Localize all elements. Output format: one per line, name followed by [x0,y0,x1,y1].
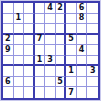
cell-r3c7[interactable] [66,24,77,35]
cell-r9c2[interactable] [14,87,25,98]
cell-r3c3[interactable] [24,24,35,35]
cell-r8c6[interactable]: 5 [56,77,67,88]
cell-r4c9[interactable] [87,35,98,46]
cell-r7c6[interactable] [56,66,67,77]
cell-r6c1[interactable] [3,56,14,67]
cell-r9c4[interactable] [35,87,46,98]
cell-r5c6[interactable] [56,45,67,56]
cell-r8c4[interactable] [35,77,46,88]
cell-r5c9[interactable] [87,45,98,56]
cell-r1c4[interactable] [35,3,46,14]
sudoku-board: 42618275941313657 [1,1,100,100]
cell-r3c1[interactable] [3,24,14,35]
cell-r9c8[interactable] [77,87,88,98]
cell-r4c4[interactable]: 7 [35,35,46,46]
cell-r1c6[interactable]: 2 [56,3,67,14]
cell-r6c5[interactable]: 3 [45,56,56,67]
cell-r7c4[interactable] [35,66,46,77]
cell-r5c2[interactable] [14,45,25,56]
cell-r2c9[interactable] [87,14,98,25]
cell-r4c2[interactable] [14,35,25,46]
cell-r8c3[interactable] [24,77,35,88]
cell-r8c9[interactable] [87,77,98,88]
cell-r3c8[interactable] [77,24,88,35]
cell-r8c1[interactable]: 6 [3,77,14,88]
cell-r7c3[interactable] [24,66,35,77]
cell-r8c7[interactable] [66,77,77,88]
cell-r2c5[interactable] [45,14,56,25]
cell-r1c9[interactable] [87,3,98,14]
cell-r4c5[interactable] [45,35,56,46]
cell-r3c2[interactable] [14,24,25,35]
cell-r5c8[interactable]: 4 [77,45,88,56]
cell-r6c2[interactable] [14,56,25,67]
cell-r3c5[interactable] [45,24,56,35]
cell-r9c6[interactable] [56,87,67,98]
cell-r6c3[interactable] [24,56,35,67]
cell-r9c9[interactable] [87,87,98,98]
cell-r9c1[interactable] [3,87,14,98]
cell-r4c7[interactable]: 5 [66,35,77,46]
cell-r2c1[interactable] [3,14,14,25]
cell-r4c3[interactable] [24,35,35,46]
cell-r9c7[interactable]: 7 [66,87,77,98]
cell-r2c8[interactable]: 8 [77,14,88,25]
cell-r4c8[interactable] [77,35,88,46]
cell-r2c2[interactable]: 1 [14,14,25,25]
cell-r1c8[interactable]: 6 [77,3,88,14]
cell-r4c6[interactable] [56,35,67,46]
cell-r2c6[interactable] [56,14,67,25]
cell-r3c6[interactable] [56,24,67,35]
cell-r8c8[interactable] [77,77,88,88]
cell-r9c3[interactable] [24,87,35,98]
cell-r5c1[interactable]: 9 [3,45,14,56]
cell-r5c7[interactable] [66,45,77,56]
cell-r1c5[interactable]: 4 [45,3,56,14]
cell-r1c1[interactable] [3,3,14,14]
cell-r6c7[interactable] [66,56,77,67]
cell-r2c3[interactable] [24,14,35,25]
cell-r3c4[interactable] [35,24,46,35]
cell-r2c4[interactable] [35,14,46,25]
cell-r7c7[interactable]: 1 [66,66,77,77]
cell-r6c9[interactable] [87,56,98,67]
cell-r1c7[interactable] [66,3,77,14]
cell-r6c8[interactable] [77,56,88,67]
cell-r7c8[interactable] [77,66,88,77]
cell-r4c1[interactable]: 2 [3,35,14,46]
cell-r2c7[interactable] [66,14,77,25]
cell-r1c3[interactable] [24,3,35,14]
cell-r8c2[interactable] [14,77,25,88]
cell-r5c3[interactable] [24,45,35,56]
cell-r8c5[interactable] [45,77,56,88]
cell-r7c5[interactable] [45,66,56,77]
cell-r9c5[interactable] [45,87,56,98]
cell-r7c9[interactable]: 3 [87,66,98,77]
cell-r3c9[interactable] [87,24,98,35]
cell-r7c1[interactable] [3,66,14,77]
cell-r6c6[interactable] [56,56,67,67]
cell-r1c2[interactable] [14,3,25,14]
cell-r7c2[interactable] [14,66,25,77]
cell-r6c4[interactable]: 1 [35,56,46,67]
